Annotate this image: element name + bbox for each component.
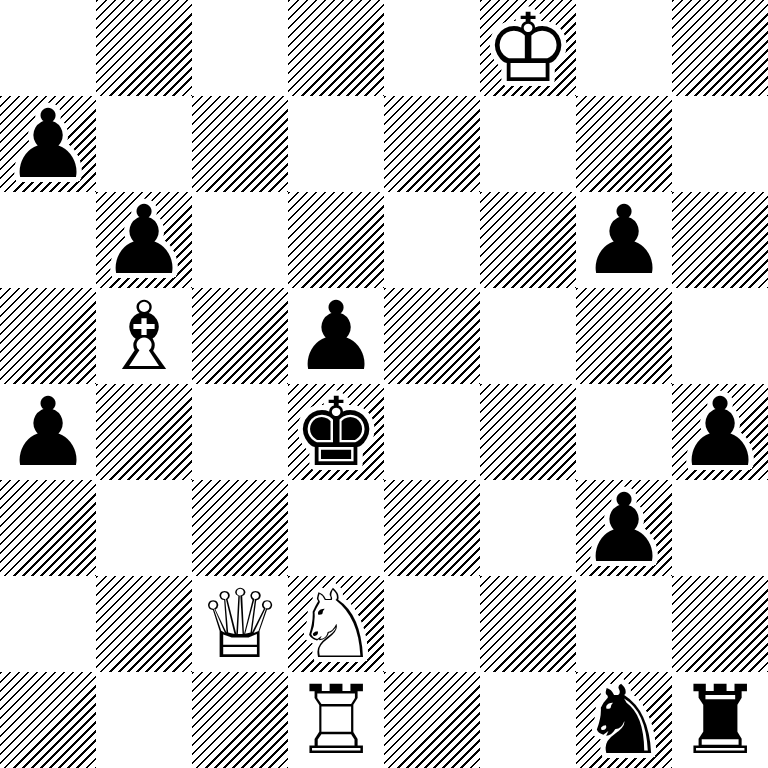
square-e7[interactable] <box>384 96 480 192</box>
black-pawn-glyph: ♟ <box>96 192 192 288</box>
square-d3[interactable] <box>288 480 384 576</box>
square-d6[interactable] <box>288 192 384 288</box>
square-a7[interactable]: ♟♟ <box>0 96 96 192</box>
square-g7[interactable] <box>576 96 672 192</box>
square-d1[interactable]: ♜♖ <box>288 672 384 768</box>
square-e6[interactable] <box>384 192 480 288</box>
square-c4[interactable] <box>192 384 288 480</box>
square-h8[interactable] <box>672 0 768 96</box>
black-king-glyph: ♚ <box>288 384 384 480</box>
square-d8[interactable] <box>288 0 384 96</box>
piece-white-king[interactable]: ♚♔ <box>480 0 576 96</box>
black-pawn-glyph: ♟ <box>0 96 96 192</box>
square-f1[interactable] <box>480 672 576 768</box>
square-b5[interactable]: ♝♗ <box>96 288 192 384</box>
piece-black-pawn[interactable]: ♟♟ <box>576 192 672 288</box>
piece-black-pawn[interactable]: ♟♟ <box>96 192 192 288</box>
square-b8[interactable] <box>96 0 192 96</box>
black-pawn-glyph: ♟ <box>0 384 96 480</box>
black-rook-glyph: ♜ <box>672 672 768 768</box>
square-h5[interactable] <box>672 288 768 384</box>
piece-white-bishop[interactable]: ♝♗ <box>96 288 192 384</box>
piece-white-queen[interactable]: ♛♕ <box>192 576 288 672</box>
square-c7[interactable] <box>192 96 288 192</box>
square-h1[interactable]: ♜♜ <box>672 672 768 768</box>
square-f3[interactable] <box>480 480 576 576</box>
square-d4[interactable]: ♚♚ <box>288 384 384 480</box>
square-c1[interactable] <box>192 672 288 768</box>
square-d2[interactable]: ♞♘ <box>288 576 384 672</box>
chess-board: ♚♔♟♟♟♟♟♟♝♗♟♟♟♟♚♚♟♟♟♟♛♕♞♘♜♖♞♞♜♜ <box>0 0 768 768</box>
square-c2[interactable]: ♛♕ <box>192 576 288 672</box>
square-g4[interactable] <box>576 384 672 480</box>
square-h2[interactable] <box>672 576 768 672</box>
piece-black-pawn[interactable]: ♟♟ <box>288 288 384 384</box>
piece-black-king[interactable]: ♚♚ <box>288 384 384 480</box>
piece-black-pawn[interactable]: ♟♟ <box>672 384 768 480</box>
square-f5[interactable] <box>480 288 576 384</box>
square-g2[interactable] <box>576 576 672 672</box>
square-f4[interactable] <box>480 384 576 480</box>
square-e5[interactable] <box>384 288 480 384</box>
square-c8[interactable] <box>192 0 288 96</box>
square-b7[interactable] <box>96 96 192 192</box>
square-a5[interactable] <box>0 288 96 384</box>
square-b3[interactable] <box>96 480 192 576</box>
square-f8[interactable]: ♚♔ <box>480 0 576 96</box>
square-a4[interactable]: ♟♟ <box>0 384 96 480</box>
black-pawn-glyph: ♟ <box>672 384 768 480</box>
square-b4[interactable] <box>96 384 192 480</box>
piece-white-knight[interactable]: ♞♘ <box>288 576 384 672</box>
black-pawn-glyph: ♟ <box>288 288 384 384</box>
square-c6[interactable] <box>192 192 288 288</box>
square-e2[interactable] <box>384 576 480 672</box>
square-d5[interactable]: ♟♟ <box>288 288 384 384</box>
white-knight-glyph: ♘ <box>288 576 384 672</box>
white-king-glyph: ♔ <box>480 0 576 96</box>
square-e8[interactable] <box>384 0 480 96</box>
square-e3[interactable] <box>384 480 480 576</box>
square-g5[interactable] <box>576 288 672 384</box>
black-pawn-glyph: ♟ <box>576 480 672 576</box>
white-rook-glyph: ♖ <box>288 672 384 768</box>
square-f2[interactable] <box>480 576 576 672</box>
square-a3[interactable] <box>0 480 96 576</box>
square-e4[interactable] <box>384 384 480 480</box>
white-queen-glyph: ♕ <box>192 576 288 672</box>
black-knight-glyph: ♞ <box>576 672 672 768</box>
square-g8[interactable] <box>576 0 672 96</box>
square-a6[interactable] <box>0 192 96 288</box>
piece-black-pawn[interactable]: ♟♟ <box>0 96 96 192</box>
square-b2[interactable] <box>96 576 192 672</box>
piece-black-pawn[interactable]: ♟♟ <box>0 384 96 480</box>
piece-black-pawn[interactable]: ♟♟ <box>576 480 672 576</box>
square-h4[interactable]: ♟♟ <box>672 384 768 480</box>
square-a8[interactable] <box>0 0 96 96</box>
piece-black-knight[interactable]: ♞♞ <box>576 672 672 768</box>
square-b1[interactable] <box>96 672 192 768</box>
square-h6[interactable] <box>672 192 768 288</box>
square-a2[interactable] <box>0 576 96 672</box>
square-g6[interactable]: ♟♟ <box>576 192 672 288</box>
square-f7[interactable] <box>480 96 576 192</box>
square-a1[interactable] <box>0 672 96 768</box>
square-h7[interactable] <box>672 96 768 192</box>
square-c5[interactable] <box>192 288 288 384</box>
square-f6[interactable] <box>480 192 576 288</box>
square-g1[interactable]: ♞♞ <box>576 672 672 768</box>
square-g3[interactable]: ♟♟ <box>576 480 672 576</box>
square-d7[interactable] <box>288 96 384 192</box>
piece-white-rook[interactable]: ♜♖ <box>288 672 384 768</box>
square-b6[interactable]: ♟♟ <box>96 192 192 288</box>
piece-black-rook[interactable]: ♜♜ <box>672 672 768 768</box>
square-c3[interactable] <box>192 480 288 576</box>
square-e1[interactable] <box>384 672 480 768</box>
white-bishop-glyph: ♗ <box>96 288 192 384</box>
square-h3[interactable] <box>672 480 768 576</box>
black-pawn-glyph: ♟ <box>576 192 672 288</box>
